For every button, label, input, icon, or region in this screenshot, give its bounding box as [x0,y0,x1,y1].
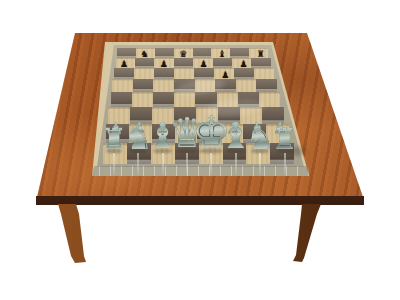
piece-black-pawn-f6[interactable]: ♟ [221,71,229,80]
piece-black-pawn-g7[interactable]: ♟ [239,60,247,69]
pieces-layer: ♞♛♝♜♟♟♟♟♟♟♟♟♟♟♟♟♟♜♞♝♛♚♝♞♜ [0,0,400,300]
piece-black-pawn-e7[interactable]: ♟ [200,60,208,69]
piece-black-pawn-a7[interactable]: ♟ [120,60,128,69]
piece-black-rook-h8[interactable]: ♜ [257,50,265,59]
piece-black-queen-d8[interactable]: ♛ [179,50,187,59]
piece-white-rook-h1[interactable]: ♜ [272,125,298,154]
piece-black-pawn-c7[interactable]: ♟ [160,60,168,69]
piece-white-knight-g1[interactable]: ♞ [245,121,275,154]
piece-black-bishop-f8[interactable]: ♝ [218,50,226,59]
piece-black-knight-b8[interactable]: ♞ [141,50,149,59]
chess-table-scene: ♞♛♝♜♟♟♟♟♟♟♟♟♟♟♟♟♟♜♞♝♛♚♝♞♜ [0,0,400,300]
